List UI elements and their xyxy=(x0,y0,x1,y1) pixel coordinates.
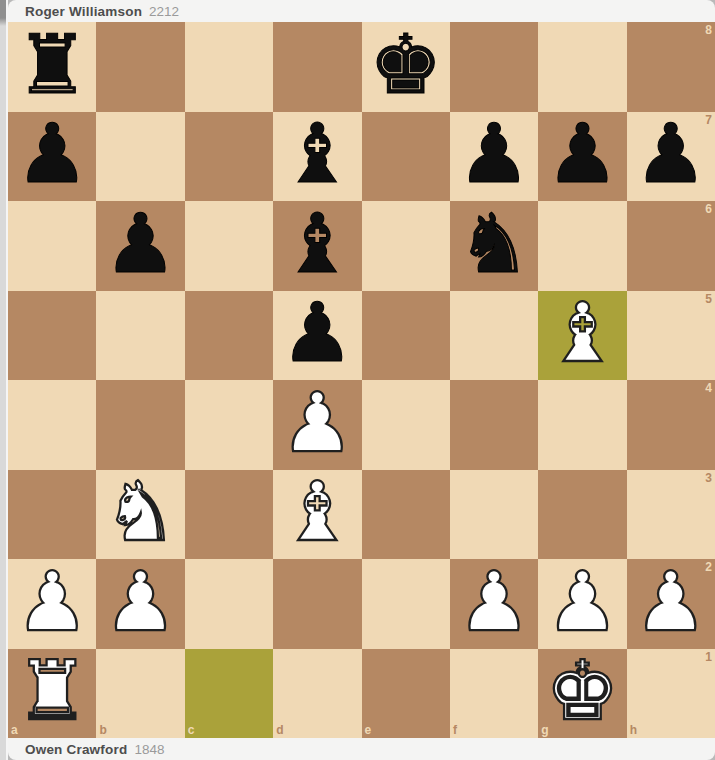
piece-black-rook[interactable]: ♜ xyxy=(15,24,89,106)
rank-label-1: 1 xyxy=(705,651,712,663)
square-f5[interactable] xyxy=(450,291,538,381)
piece-white-pawn[interactable]: ♟ xyxy=(104,561,178,643)
square-a2[interactable]: ♟ xyxy=(8,559,96,649)
file-label-a: a xyxy=(11,724,18,736)
piece-black-knight[interactable]: ♞ xyxy=(457,203,531,285)
rank-label-3: 3 xyxy=(705,472,712,484)
square-f2[interactable]: ♟ xyxy=(450,559,538,649)
player-bar-bottom: Owen Crawford 1848 xyxy=(8,738,715,760)
piece-white-king[interactable]: ♚ xyxy=(546,650,620,732)
square-g1[interactable]: g♚ xyxy=(538,649,626,739)
square-b4[interactable] xyxy=(96,380,184,470)
file-label-g: g xyxy=(541,724,548,736)
square-h3[interactable]: 3 xyxy=(627,470,715,560)
piece-white-pawn[interactable]: ♟ xyxy=(634,561,708,643)
square-e6[interactable] xyxy=(362,201,450,291)
square-b3[interactable]: ♞ xyxy=(96,470,184,560)
piece-black-pawn[interactable]: ♟ xyxy=(15,113,89,195)
square-a1[interactable]: a♜ xyxy=(8,649,96,739)
square-h5[interactable]: 5 xyxy=(627,291,715,381)
piece-black-bishop[interactable]: ♝ xyxy=(281,113,355,195)
square-c6[interactable] xyxy=(185,201,273,291)
file-label-e: e xyxy=(365,724,372,736)
square-c3[interactable] xyxy=(185,470,273,560)
square-e5[interactable] xyxy=(362,291,450,381)
rank-label-4: 4 xyxy=(705,382,712,394)
piece-black-bishop[interactable]: ♝ xyxy=(281,203,355,285)
square-b7[interactable] xyxy=(96,112,184,202)
piece-black-pawn[interactable]: ♟ xyxy=(457,113,531,195)
square-f3[interactable] xyxy=(450,470,538,560)
piece-white-rook[interactable]: ♜ xyxy=(15,650,89,732)
piece-black-pawn[interactable]: ♟ xyxy=(634,113,708,195)
square-a8[interactable]: ♜ xyxy=(8,22,96,112)
square-f1[interactable]: f xyxy=(450,649,538,739)
square-g2[interactable]: ♟ xyxy=(538,559,626,649)
rank-label-7: 7 xyxy=(705,114,712,126)
file-label-b: b xyxy=(99,724,106,736)
square-g3[interactable] xyxy=(538,470,626,560)
player-rating-bottom: 1848 xyxy=(134,742,164,757)
square-h7[interactable]: 7♟ xyxy=(627,112,715,202)
player-name-bottom[interactable]: Owen Crawford xyxy=(25,742,127,757)
file-label-d: d xyxy=(276,724,283,736)
square-f7[interactable]: ♟ xyxy=(450,112,538,202)
square-c1[interactable]: c xyxy=(185,649,273,739)
square-b8[interactable] xyxy=(96,22,184,112)
board-panel: Roger Williamson 2212 ♜♚8♟♝♟♟7♟♟♝♞6♟♝5♟4… xyxy=(8,0,715,760)
square-c8[interactable] xyxy=(185,22,273,112)
page: Roger Williamson 2212 ♜♚8♟♝♟♟7♟♟♝♞6♟♝5♟4… xyxy=(0,0,715,760)
square-e7[interactable] xyxy=(362,112,450,202)
square-g8[interactable] xyxy=(538,22,626,112)
square-h1[interactable]: h1 xyxy=(627,649,715,739)
square-d7[interactable]: ♝ xyxy=(273,112,361,202)
square-a3[interactable] xyxy=(8,470,96,560)
square-c5[interactable] xyxy=(185,291,273,381)
square-b5[interactable] xyxy=(96,291,184,381)
square-c2[interactable] xyxy=(185,559,273,649)
square-d1[interactable]: d xyxy=(273,649,361,739)
square-a5[interactable] xyxy=(8,291,96,381)
file-label-c: c xyxy=(188,724,195,736)
square-b2[interactable]: ♟ xyxy=(96,559,184,649)
square-c4[interactable] xyxy=(185,380,273,470)
square-e2[interactable] xyxy=(362,559,450,649)
square-c7[interactable] xyxy=(185,112,273,202)
player-rating-top: 2212 xyxy=(149,4,179,19)
file-label-f: f xyxy=(453,724,457,736)
square-f4[interactable] xyxy=(450,380,538,470)
square-g4[interactable] xyxy=(538,380,626,470)
square-e8[interactable]: ♚ xyxy=(362,22,450,112)
square-a4[interactable] xyxy=(8,380,96,470)
piece-white-knight[interactable]: ♞ xyxy=(104,471,178,553)
square-a7[interactable]: ♟ xyxy=(8,112,96,202)
piece-white-pawn[interactable]: ♟ xyxy=(457,561,531,643)
file-label-h: h xyxy=(630,724,637,736)
square-h2[interactable]: 2♟ xyxy=(627,559,715,649)
rank-label-8: 8 xyxy=(705,24,712,36)
square-b1[interactable]: b xyxy=(96,649,184,739)
piece-white-bishop[interactable]: ♝ xyxy=(546,292,620,374)
square-e3[interactable] xyxy=(362,470,450,560)
piece-white-pawn[interactable]: ♟ xyxy=(15,561,89,643)
square-g7[interactable]: ♟ xyxy=(538,112,626,202)
rank-label-6: 6 xyxy=(705,203,712,215)
square-e1[interactable]: e xyxy=(362,649,450,739)
square-h8[interactable]: 8 xyxy=(627,22,715,112)
square-d3[interactable]: ♝ xyxy=(273,470,361,560)
piece-black-pawn[interactable]: ♟ xyxy=(546,113,620,195)
square-f6[interactable]: ♞ xyxy=(450,201,538,291)
piece-white-pawn[interactable]: ♟ xyxy=(546,561,620,643)
piece-black-pawn[interactable]: ♟ xyxy=(281,292,355,374)
piece-white-pawn[interactable]: ♟ xyxy=(281,382,355,464)
piece-black-pawn[interactable]: ♟ xyxy=(104,203,178,285)
square-d5[interactable]: ♟ xyxy=(273,291,361,381)
square-d2[interactable] xyxy=(273,559,361,649)
square-a6[interactable] xyxy=(8,201,96,291)
square-g6[interactable] xyxy=(538,201,626,291)
piece-white-bishop[interactable]: ♝ xyxy=(281,471,355,553)
square-g5[interactable]: ♝ xyxy=(538,291,626,381)
chess-board[interactable]: ♜♚8♟♝♟♟7♟♟♝♞6♟♝5♟4♞♝3♟♟♟♟2♟a♜bcdefg♚h1 xyxy=(8,22,715,738)
piece-black-king[interactable]: ♚ xyxy=(369,24,443,106)
square-d8[interactable] xyxy=(273,22,361,112)
square-d6[interactable]: ♝ xyxy=(273,201,361,291)
square-b6[interactable]: ♟ xyxy=(96,201,184,291)
player-bar-top: Roger Williamson 2212 xyxy=(8,0,715,22)
rank-label-5: 5 xyxy=(705,293,712,305)
square-e4[interactable] xyxy=(362,380,450,470)
square-h6[interactable]: 6 xyxy=(627,201,715,291)
page-gutter xyxy=(0,0,8,760)
square-h4[interactable]: 4 xyxy=(627,380,715,470)
square-d4[interactable]: ♟ xyxy=(273,380,361,470)
rank-label-2: 2 xyxy=(705,561,712,573)
square-f8[interactable] xyxy=(450,22,538,112)
